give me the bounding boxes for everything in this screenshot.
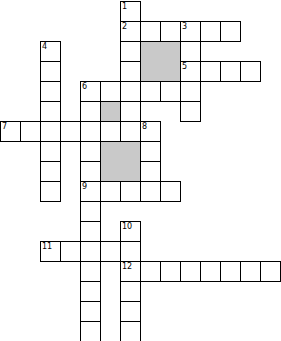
crossword-cell-r3c2[interactable] <box>40 61 61 82</box>
crossword-cell-r8c2[interactable] <box>40 161 61 182</box>
crossword-cell-r13c7[interactable] <box>140 261 161 282</box>
crossword-cell-r3c10[interactable] <box>200 61 221 82</box>
crossword-cell-r1c7[interactable] <box>140 21 161 42</box>
crossword-cell-r12c3[interactable] <box>60 241 81 262</box>
clue-number-6: 6 <box>82 83 87 91</box>
crossword-cell-r6c4[interactable] <box>80 121 101 142</box>
gray-block <box>140 41 181 82</box>
crossword-cell-r8c4[interactable] <box>80 161 101 182</box>
gray-block <box>100 101 121 122</box>
crossword-cell-r14c4[interactable] <box>80 281 101 302</box>
clue-number-3: 3 <box>182 23 187 31</box>
crossword-cell-r6c5[interactable] <box>100 121 121 142</box>
crossword-cell-r5c2[interactable] <box>40 101 61 122</box>
crossword-cell-r13c9[interactable] <box>180 261 201 282</box>
crossword-cell-r4c9[interactable] <box>180 81 201 102</box>
crossword-cell-r6c3[interactable] <box>60 121 81 142</box>
crossword-cell-r5c4[interactable] <box>80 101 101 122</box>
crossword-cell-r13c10[interactable] <box>200 261 221 282</box>
clue-number-12: 12 <box>122 263 132 271</box>
crossword-cell-r12c5[interactable] <box>100 241 121 262</box>
clue-number-8: 8 <box>142 123 147 131</box>
crossword-cell-r11c4[interactable] <box>80 221 101 242</box>
crossword-cell-r1c10[interactable] <box>200 21 221 42</box>
crossword-cell-r7c7[interactable] <box>140 141 161 162</box>
crossword-cell-r9c8[interactable] <box>160 181 181 202</box>
crossword-cell-r4c2[interactable] <box>40 81 61 102</box>
crossword-cell-r7c2[interactable] <box>40 141 61 162</box>
crossword-cell-r13c13[interactable] <box>260 261 281 282</box>
crossword-cell-r8c7[interactable] <box>140 161 161 182</box>
crossword-cell-r6c1[interactable] <box>20 121 41 142</box>
clue-number-7: 7 <box>2 123 7 131</box>
crossword-cell-r16c4[interactable] <box>80 321 101 341</box>
crossword-cell-r6c6[interactable] <box>120 121 141 142</box>
crossword-cell-r13c8[interactable] <box>160 261 181 282</box>
crossword-cell-r5c6[interactable] <box>120 101 141 122</box>
crossword-cell-r13c4[interactable] <box>80 261 101 282</box>
crossword-cell-r12c4[interactable] <box>80 241 101 262</box>
crossword-board: 123456789101112 <box>0 0 281 341</box>
clue-number-9: 9 <box>82 183 87 191</box>
crossword-cell-r4c8[interactable] <box>160 81 181 102</box>
crossword-cell-r4c7[interactable] <box>140 81 161 102</box>
clue-number-5: 5 <box>182 63 187 71</box>
crossword-cell-r12c6[interactable] <box>120 241 141 262</box>
crossword-cell-r3c6[interactable] <box>120 61 141 82</box>
crossword-cell-r3c12[interactable] <box>240 61 261 82</box>
crossword-cell-r10c4[interactable] <box>80 201 101 222</box>
crossword-cell-r9c6[interactable] <box>120 181 141 202</box>
clue-number-11: 11 <box>42 243 52 251</box>
crossword-cell-r4c6[interactable] <box>120 81 141 102</box>
crossword-cell-r2c6[interactable] <box>120 41 141 62</box>
crossword-cell-r9c2[interactable] <box>40 181 61 202</box>
crossword-cell-r15c4[interactable] <box>80 301 101 322</box>
clue-number-2: 2 <box>122 23 127 31</box>
clue-number-10: 10 <box>122 223 132 231</box>
crossword-cell-r16c6[interactable] <box>120 321 141 341</box>
crossword-cell-r13c11[interactable] <box>220 261 241 282</box>
crossword-cell-r5c9[interactable] <box>180 101 201 122</box>
crossword-cell-r2c9[interactable] <box>180 41 201 62</box>
crossword-cell-r7c4[interactable] <box>80 141 101 162</box>
clue-number-4: 4 <box>42 43 47 51</box>
crossword-cell-r4c5[interactable] <box>100 81 121 102</box>
crossword-cell-r13c12[interactable] <box>240 261 261 282</box>
crossword-cell-r3c11[interactable] <box>220 61 241 82</box>
crossword-cell-r1c11[interactable] <box>220 21 241 42</box>
crossword-cell-r9c5[interactable] <box>100 181 121 202</box>
crossword-cell-r15c6[interactable] <box>120 301 141 322</box>
gray-block <box>100 141 141 182</box>
crossword-cell-r9c7[interactable] <box>140 181 161 202</box>
crossword-cell-r1c8[interactable] <box>160 21 181 42</box>
crossword-cell-r14c6[interactable] <box>120 281 141 302</box>
clue-number-1: 1 <box>122 3 127 11</box>
crossword-cell-r6c2[interactable] <box>40 121 61 142</box>
